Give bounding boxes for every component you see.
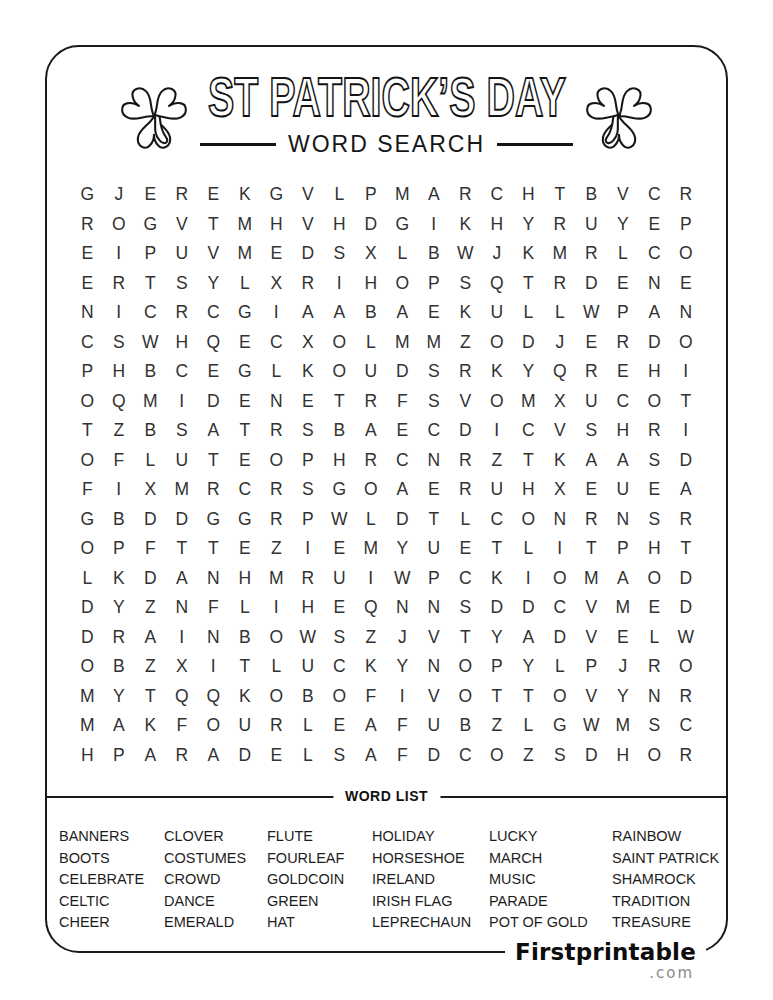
grid-cell-f19[interactable]: U (238, 717, 251, 735)
grid-cell-e13[interactable]: T (208, 540, 219, 558)
grid-cell-l7[interactable]: S (428, 363, 440, 381)
grid-cell-c1[interactable]: E (144, 186, 156, 204)
grid-cell-j19[interactable]: A (365, 717, 377, 735)
grid-cell-q4[interactable]: D (585, 275, 598, 293)
grid-cell-i2[interactable]: H (333, 216, 346, 234)
grid-cell-a17[interactable]: O (80, 658, 94, 676)
grid-cell-l17[interactable]: N (427, 658, 440, 676)
grid-cell-g6[interactable]: C (270, 334, 283, 352)
grid-cell-m10[interactable]: R (459, 452, 472, 470)
grid-cell-f12[interactable]: G (238, 511, 252, 529)
grid-cell-d16[interactable]: I (179, 629, 184, 647)
grid-cell-h5[interactable]: A (302, 304, 314, 322)
grid-cell-m6[interactable]: Z (460, 334, 471, 352)
grid-cell-l13[interactable]: U (427, 540, 440, 558)
grid-cell-h1[interactable]: V (302, 186, 314, 204)
grid-cell-l19[interactable]: U (427, 717, 440, 735)
grid-cell-i9[interactable]: B (333, 422, 345, 440)
grid-cell-k4[interactable]: O (395, 275, 409, 293)
grid-cell-k20[interactable]: F (397, 747, 408, 765)
grid-cell-i6[interactable]: O (332, 334, 346, 352)
grid-cell-d1[interactable]: R (175, 186, 188, 204)
grid-cell-e18[interactable]: Q (206, 688, 220, 706)
grid-cell-q5[interactable]: W (583, 304, 600, 322)
grid-cell-r5[interactable]: P (617, 304, 629, 322)
grid-cell-b18[interactable]: Y (113, 688, 125, 706)
grid-cell-g8[interactable]: N (270, 393, 283, 411)
grid-cell-p18[interactable]: O (553, 688, 567, 706)
grid-cell-p10[interactable]: K (554, 452, 566, 470)
grid-cell-b14[interactable]: K (113, 570, 125, 588)
grid-cell-j8[interactable]: R (364, 393, 377, 411)
grid-cell-m5[interactable]: K (459, 304, 471, 322)
grid-cell-r15[interactable]: M (615, 599, 630, 617)
grid-cell-p14[interactable]: O (553, 570, 567, 588)
grid-cell-i19[interactable]: E (333, 717, 345, 735)
grid-cell-p19[interactable]: G (553, 717, 567, 735)
grid-cell-t10[interactable]: D (679, 452, 692, 470)
grid-cell-a12[interactable]: G (80, 511, 94, 529)
grid-cell-t3[interactable]: O (679, 245, 693, 263)
grid-cell-p8[interactable]: X (554, 393, 566, 411)
grid-cell-f1[interactable]: K (239, 186, 251, 204)
grid-cell-n17[interactable]: P (491, 658, 503, 676)
grid-cell-p3[interactable]: M (552, 245, 567, 263)
grid-cell-m11[interactable]: R (459, 481, 472, 499)
grid-cell-l20[interactable]: D (427, 747, 440, 765)
grid-cell-l9[interactable]: C (427, 422, 440, 440)
grid-cell-e10[interactable]: T (208, 452, 219, 470)
grid-cell-b6[interactable]: S (113, 334, 125, 352)
grid-cell-q3[interactable]: R (585, 245, 598, 263)
grid-cell-l8[interactable]: S (428, 393, 440, 411)
grid-cell-g12[interactable]: R (270, 511, 283, 529)
grid-cell-b3[interactable]: I (116, 245, 121, 263)
grid-cell-o18[interactable]: T (523, 688, 534, 706)
grid-cell-m8[interactable]: V (459, 393, 471, 411)
grid-cell-h13[interactable]: I (305, 540, 310, 558)
grid-cell-p4[interactable]: R (553, 275, 566, 293)
grid-cell-t8[interactable]: T (680, 393, 691, 411)
grid-cell-f15[interactable]: L (240, 599, 250, 617)
grid-cell-s10[interactable]: S (648, 452, 660, 470)
grid-cell-d13[interactable]: T (176, 540, 187, 558)
grid-cell-i18[interactable]: O (332, 688, 346, 706)
grid-cell-k11[interactable]: A (396, 481, 408, 499)
grid-cell-f17[interactable]: T (239, 658, 250, 676)
grid-cell-c18[interactable]: T (145, 688, 156, 706)
grid-cell-d20[interactable]: R (175, 747, 188, 765)
grid-cell-m16[interactable]: T (460, 629, 471, 647)
grid-cell-j5[interactable]: B (365, 304, 377, 322)
grid-cell-a8[interactable]: O (80, 393, 94, 411)
grid-cell-a20[interactable]: H (81, 747, 94, 765)
grid-cell-o5[interactable]: L (523, 304, 533, 322)
grid-cell-c5[interactable]: C (144, 304, 157, 322)
grid-cell-c20[interactable]: A (144, 747, 156, 765)
grid-cell-k19[interactable]: F (397, 717, 408, 735)
grid-cell-d5[interactable]: R (175, 304, 188, 322)
grid-cell-c7[interactable]: B (144, 363, 156, 381)
grid-cell-e7[interactable]: E (207, 363, 219, 381)
grid-cell-c12[interactable]: D (144, 511, 157, 529)
grid-cell-l16[interactable]: V (428, 629, 440, 647)
grid-cell-s13[interactable]: H (648, 540, 661, 558)
grid-cell-d11[interactable]: M (174, 481, 189, 499)
grid-cell-a2[interactable]: R (81, 216, 94, 234)
grid-cell-q10[interactable]: A (585, 452, 597, 470)
grid-cell-h4[interactable]: R (301, 275, 314, 293)
grid-cell-i17[interactable]: C (333, 658, 346, 676)
grid-cell-n19[interactable]: Z (491, 717, 502, 735)
grid-cell-o10[interactable]: T (523, 452, 534, 470)
grid-cell-p12[interactable]: N (553, 511, 566, 529)
grid-cell-m7[interactable]: R (459, 363, 472, 381)
grid-cell-e16[interactable]: N (207, 629, 220, 647)
grid-cell-a16[interactable]: D (81, 629, 94, 647)
grid-cell-j3[interactable]: X (365, 245, 377, 263)
grid-cell-q7[interactable]: R (585, 363, 598, 381)
grid-cell-g4[interactable]: X (270, 275, 282, 293)
grid-cell-o6[interactable]: D (522, 334, 535, 352)
grid-cell-e5[interactable]: C (207, 304, 220, 322)
grid-cell-c10[interactable]: L (145, 452, 155, 470)
grid-cell-s18[interactable]: N (648, 688, 661, 706)
grid-cell-e9[interactable]: A (207, 422, 219, 440)
grid-cell-r10[interactable]: A (617, 452, 629, 470)
grid-cell-b20[interactable]: P (113, 747, 125, 765)
grid-cell-d4[interactable]: S (176, 275, 188, 293)
grid-cell-k3[interactable]: L (397, 245, 407, 263)
grid-cell-j13[interactable]: M (363, 540, 378, 558)
grid-cell-j4[interactable]: H (364, 275, 377, 293)
grid-cell-m2[interactable]: K (459, 216, 471, 234)
grid-cell-t6[interactable]: O (679, 334, 693, 352)
grid-cell-s17[interactable]: R (648, 658, 661, 676)
grid-cell-h16[interactable]: W (299, 629, 316, 647)
grid-cell-g2[interactable]: H (270, 216, 283, 234)
grid-cell-f10[interactable]: E (239, 452, 251, 470)
grid-cell-h2[interactable]: V (302, 216, 314, 234)
grid-cell-l6[interactable]: M (426, 334, 441, 352)
grid-cell-s20[interactable]: O (647, 747, 661, 765)
grid-cell-e20[interactable]: A (207, 747, 219, 765)
grid-cell-q2[interactable]: U (585, 216, 598, 234)
grid-cell-f20[interactable]: D (238, 747, 251, 765)
grid-cell-f2[interactable]: M (237, 216, 252, 234)
grid-cell-m18[interactable]: O (458, 688, 472, 706)
grid-cell-n6[interactable]: O (490, 334, 504, 352)
grid-cell-h20[interactable]: L (303, 747, 313, 765)
grid-cell-p16[interactable]: D (553, 629, 566, 647)
grid-cell-b16[interactable]: R (112, 629, 125, 647)
grid-cell-b11[interactable]: I (116, 481, 121, 499)
grid-cell-s1[interactable]: C (648, 186, 661, 204)
grid-cell-t18[interactable]: R (679, 688, 692, 706)
grid-cell-f3[interactable]: M (237, 245, 252, 263)
grid-cell-s5[interactable]: A (648, 304, 660, 322)
grid-cell-m19[interactable]: B (459, 717, 471, 735)
grid-cell-c9[interactable]: B (144, 422, 156, 440)
grid-cell-e2[interactable]: T (208, 216, 219, 234)
grid-cell-e19[interactable]: O (206, 717, 220, 735)
grid-cell-c8[interactable]: M (143, 393, 158, 411)
grid-cell-h19[interactable]: L (303, 717, 313, 735)
grid-cell-s2[interactable]: E (648, 216, 660, 234)
grid-cell-j17[interactable]: K (365, 658, 377, 676)
grid-cell-m1[interactable]: R (459, 186, 472, 204)
grid-cell-p7[interactable]: Q (553, 363, 567, 381)
grid-cell-a4[interactable]: E (81, 275, 93, 293)
grid-cell-n18[interactable]: T (491, 688, 502, 706)
grid-cell-s6[interactable]: D (648, 334, 661, 352)
grid-cell-k18[interactable]: I (400, 688, 405, 706)
grid-cell-e12[interactable]: G (206, 511, 220, 529)
grid-cell-q1[interactable]: B (585, 186, 597, 204)
grid-cell-h14[interactable]: R (301, 570, 314, 588)
grid-cell-c16[interactable]: A (144, 629, 156, 647)
grid-cell-k5[interactable]: A (396, 304, 408, 322)
grid-cell-s3[interactable]: C (648, 245, 661, 263)
grid-cell-t16[interactable]: W (677, 629, 694, 647)
grid-cell-n14[interactable]: K (491, 570, 503, 588)
grid-cell-o20[interactable]: Z (523, 747, 534, 765)
grid-cell-n9[interactable]: I (494, 422, 499, 440)
grid-cell-j6[interactable]: L (366, 334, 376, 352)
grid-cell-k7[interactable]: D (396, 363, 409, 381)
grid-cell-p20[interactable]: S (554, 747, 566, 765)
grid-cell-r14[interactable]: A (617, 570, 629, 588)
grid-cell-r12[interactable]: N (616, 511, 629, 529)
grid-cell-b15[interactable]: Y (113, 599, 125, 617)
grid-cell-g16[interactable]: O (269, 629, 283, 647)
grid-cell-o8[interactable]: M (521, 393, 536, 411)
grid-cell-h3[interactable]: D (301, 245, 314, 263)
grid-cell-h8[interactable]: E (302, 393, 314, 411)
grid-cell-k9[interactable]: E (396, 422, 408, 440)
grid-cell-r7[interactable]: E (617, 363, 629, 381)
grid-cell-p9[interactable]: V (554, 422, 566, 440)
grid-cell-d19[interactable]: F (176, 717, 187, 735)
grid-cell-a3[interactable]: E (81, 245, 93, 263)
grid-cell-q6[interactable]: E (585, 334, 597, 352)
grid-cell-m15[interactable]: S (459, 599, 471, 617)
grid-cell-d9[interactable]: S (176, 422, 188, 440)
grid-cell-a19[interactable]: M (80, 717, 95, 735)
grid-cell-r4[interactable]: E (617, 275, 629, 293)
grid-cell-o17[interactable]: Y (522, 658, 534, 676)
grid-cell-r18[interactable]: Y (617, 688, 629, 706)
grid-cell-i15[interactable]: E (333, 599, 345, 617)
grid-cell-k1[interactable]: M (395, 186, 410, 204)
grid-cell-e14[interactable]: N (207, 570, 220, 588)
grid-cell-c13[interactable]: F (145, 540, 156, 558)
grid-cell-t2[interactable]: P (680, 216, 692, 234)
grid-cell-j14[interactable]: I (368, 570, 373, 588)
grid-cell-r2[interactable]: Y (617, 216, 629, 234)
grid-cell-k10[interactable]: C (396, 452, 409, 470)
grid-cell-p2[interactable]: R (553, 216, 566, 234)
grid-cell-d15[interactable]: N (175, 599, 188, 617)
grid-cell-s7[interactable]: H (648, 363, 661, 381)
grid-cell-f7[interactable]: G (238, 363, 252, 381)
grid-cell-g20[interactable]: E (270, 747, 282, 765)
grid-cell-t17[interactable]: O (679, 658, 693, 676)
grid-cell-r20[interactable]: H (616, 747, 629, 765)
grid-cell-e4[interactable]: Y (207, 275, 219, 293)
grid-cell-m13[interactable]: E (459, 540, 471, 558)
grid-cell-m4[interactable]: S (459, 275, 471, 293)
grid-cell-t14[interactable]: D (679, 570, 692, 588)
grid-cell-j1[interactable]: P (365, 186, 377, 204)
grid-cell-o2[interactable]: Y (522, 216, 534, 234)
grid-cell-t12[interactable]: R (679, 511, 692, 529)
grid-cell-q17[interactable]: P (585, 658, 597, 676)
grid-cell-e11[interactable]: R (207, 481, 220, 499)
grid-cell-k6[interactable]: M (395, 334, 410, 352)
grid-cell-b8[interactable]: Q (112, 393, 126, 411)
grid-cell-k14[interactable]: W (394, 570, 411, 588)
grid-cell-f4[interactable]: L (240, 275, 250, 293)
grid-cell-b9[interactable]: Z (113, 422, 124, 440)
grid-cell-r11[interactable]: U (616, 481, 629, 499)
grid-cell-n2[interactable]: H (490, 216, 503, 234)
grid-cell-s15[interactable]: E (648, 599, 660, 617)
grid-cell-t4[interactable]: E (680, 275, 692, 293)
grid-cell-g11[interactable]: R (270, 481, 283, 499)
grid-cell-i14[interactable]: U (333, 570, 346, 588)
grid-cell-l2[interactable]: I (431, 216, 436, 234)
grid-cell-i3[interactable]: S (333, 245, 345, 263)
grid-cell-q12[interactable]: R (585, 511, 598, 529)
grid-cell-j15[interactable]: Q (364, 599, 378, 617)
grid-cell-t20[interactable]: R (679, 747, 692, 765)
grid-cell-i1[interactable]: L (334, 186, 344, 204)
grid-cell-o4[interactable]: T (523, 275, 534, 293)
grid-cell-k16[interactable]: J (398, 629, 407, 647)
grid-cell-l10[interactable]: N (427, 452, 440, 470)
grid-cell-g10[interactable]: O (269, 452, 283, 470)
grid-cell-h15[interactable]: H (301, 599, 314, 617)
grid-cell-i7[interactable]: O (332, 363, 346, 381)
grid-cell-h9[interactable]: S (302, 422, 314, 440)
grid-cell-d8[interactable]: I (179, 393, 184, 411)
grid-cell-j12[interactable]: L (366, 511, 376, 529)
grid-cell-g9[interactable]: R (270, 422, 283, 440)
grid-cell-m20[interactable]: C (459, 747, 472, 765)
grid-cell-h7[interactable]: K (302, 363, 314, 381)
grid-cell-c15[interactable]: Z (145, 599, 156, 617)
grid-cell-n10[interactable]: Z (491, 452, 502, 470)
grid-cell-s12[interactable]: S (648, 511, 660, 529)
grid-cell-p1[interactable]: T (554, 186, 565, 204)
grid-cell-p13[interactable]: I (557, 540, 562, 558)
grid-cell-s14[interactable]: O (647, 570, 661, 588)
grid-cell-a7[interactable]: P (81, 363, 93, 381)
grid-cell-b12[interactable]: B (113, 511, 125, 529)
grid-cell-f5[interactable]: G (238, 304, 252, 322)
grid-cell-m9[interactable]: D (459, 422, 472, 440)
grid-cell-g19[interactable]: R (270, 717, 283, 735)
grid-cell-l5[interactable]: E (428, 304, 440, 322)
grid-cell-g7[interactable]: L (271, 363, 281, 381)
grid-cell-p15[interactable]: C (553, 599, 566, 617)
grid-cell-m12[interactable]: L (460, 511, 470, 529)
grid-cell-o7[interactable]: Y (522, 363, 534, 381)
grid-cell-c11[interactable]: X (144, 481, 156, 499)
grid-cell-d14[interactable]: A (176, 570, 188, 588)
grid-cell-s9[interactable]: R (648, 422, 661, 440)
grid-cell-n15[interactable]: D (490, 599, 503, 617)
grid-cell-h6[interactable]: X (302, 334, 314, 352)
grid-cell-o16[interactable]: A (522, 629, 534, 647)
grid-cell-q9[interactable]: S (585, 422, 597, 440)
grid-cell-d17[interactable]: X (176, 658, 188, 676)
grid-cell-k8[interactable]: F (397, 393, 408, 411)
grid-cell-n11[interactable]: U (490, 481, 503, 499)
grid-cell-c17[interactable]: Z (145, 658, 156, 676)
grid-cell-n16[interactable]: Y (491, 629, 503, 647)
grid-cell-b19[interactable]: A (113, 717, 125, 735)
grid-cell-g15[interactable]: I (274, 599, 279, 617)
grid-cell-t11[interactable]: A (680, 481, 692, 499)
grid-cell-b2[interactable]: O (112, 216, 126, 234)
grid-cell-a15[interactable]: D (81, 599, 94, 617)
grid-cell-l1[interactable]: A (428, 186, 440, 204)
grid-cell-i8[interactable]: T (334, 393, 345, 411)
grid-cell-g14[interactable]: M (269, 570, 284, 588)
grid-cell-j9[interactable]: A (365, 422, 377, 440)
grid-cell-g1[interactable]: G (269, 186, 283, 204)
grid-cell-d2[interactable]: V (176, 216, 188, 234)
grid-cell-q20[interactable]: D (585, 747, 598, 765)
grid-cell-j20[interactable]: A (365, 747, 377, 765)
grid-cell-l11[interactable]: E (428, 481, 440, 499)
grid-cell-b10[interactable]: F (113, 452, 124, 470)
grid-cell-q16[interactable]: V (585, 629, 597, 647)
grid-cell-t9[interactable]: I (683, 422, 688, 440)
grid-cell-g5[interactable]: I (274, 304, 279, 322)
grid-cell-j18[interactable]: F (365, 688, 376, 706)
grid-cell-n4[interactable]: Q (490, 275, 504, 293)
grid-cell-h12[interactable]: P (302, 511, 314, 529)
grid-cell-n13[interactable]: T (491, 540, 502, 558)
grid-cell-o1[interactable]: H (522, 186, 535, 204)
grid-cell-d3[interactable]: U (175, 245, 188, 263)
grid-cell-j7[interactable]: U (364, 363, 377, 381)
grid-cell-t15[interactable]: D (679, 599, 692, 617)
grid-cell-p5[interactable]: L (555, 304, 565, 322)
grid-cell-a5[interactable]: N (81, 304, 94, 322)
grid-cell-j2[interactable]: D (364, 216, 377, 234)
grid-cell-n8[interactable]: O (490, 393, 504, 411)
grid-cell-h11[interactable]: S (302, 481, 314, 499)
grid-cell-k13[interactable]: Y (396, 540, 408, 558)
grid-cell-r6[interactable]: R (616, 334, 629, 352)
grid-cell-h18[interactable]: B (302, 688, 314, 706)
grid-cell-n12[interactable]: C (490, 511, 503, 529)
grid-cell-a14[interactable]: L (82, 570, 92, 588)
grid-cell-g13[interactable]: Z (271, 540, 282, 558)
grid-cell-t7[interactable]: I (683, 363, 688, 381)
grid-cell-n3[interactable]: J (492, 245, 501, 263)
grid-cell-r17[interactable]: J (618, 658, 627, 676)
grid-cell-j11[interactable]: O (364, 481, 378, 499)
grid-cell-i16[interactable]: S (333, 629, 345, 647)
grid-cell-s19[interactable]: S (648, 717, 660, 735)
grid-cell-d12[interactable]: D (175, 511, 188, 529)
grid-cell-f6[interactable]: E (239, 334, 251, 352)
